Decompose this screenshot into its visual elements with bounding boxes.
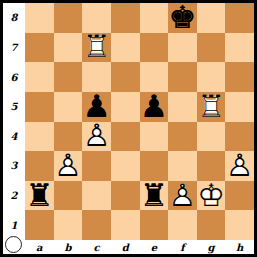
square-h3[interactable]: ♟♙ [225, 151, 254, 181]
square-b3[interactable]: ♟♙ [54, 151, 83, 181]
piece-outline: ♙ [226, 150, 254, 181]
square-a1[interactable] [25, 210, 54, 240]
piece-black-rook: ♜ [140, 181, 169, 211]
piece-outline: ♔ [197, 179, 225, 210]
square-b1[interactable] [54, 210, 83, 240]
file-label-a: a [25, 240, 54, 254]
file-label-e: e [140, 240, 169, 254]
piece-glyph: ♟ [140, 90, 168, 121]
square-e2[interactable]: ♜ [140, 181, 169, 211]
square-h1[interactable] [225, 210, 254, 240]
chess-board: ♚♜♖♟♟♜♖♟♙♟♙♟♙♜♜♟♙♚♔ [25, 3, 254, 240]
square-d6[interactable] [111, 62, 140, 92]
square-h7[interactable] [225, 33, 254, 63]
piece-black-pawn: ♟ [140, 92, 169, 122]
square-e5[interactable]: ♟ [140, 92, 169, 122]
square-a8[interactable] [25, 3, 54, 33]
square-f6[interactable] [168, 62, 197, 92]
piece-white-pawn: ♟♙ [168, 181, 197, 211]
square-h2[interactable] [225, 181, 254, 211]
rank-label-7: 7 [3, 33, 25, 63]
square-f4[interactable] [168, 122, 197, 152]
file-label-b: b [54, 240, 83, 254]
file-label-h: h [225, 240, 254, 254]
square-g8[interactable] [197, 3, 226, 33]
piece-outline: ♙ [169, 179, 197, 210]
piece-outline: ♙ [54, 150, 82, 181]
square-a7[interactable] [25, 33, 54, 63]
rank-labels: 87654321 [3, 3, 25, 240]
rank-label-3: 3 [3, 151, 25, 181]
piece-black-king: ♚ [168, 3, 197, 33]
square-g2[interactable]: ♚♔ [197, 181, 226, 211]
piece-outline: ♙ [83, 120, 111, 151]
square-f8[interactable]: ♚ [168, 3, 197, 33]
square-f1[interactable] [168, 210, 197, 240]
square-f5[interactable] [168, 92, 197, 122]
square-h6[interactable] [225, 62, 254, 92]
chess-board-frame: 87654321 ♚♜♖♟♟♜♖♟♙♟♙♟♙♜♜♟♙♚♔ abcdefgh [0, 0, 257, 257]
white-to-move-indicator-icon [5, 236, 22, 253]
square-g7[interactable] [197, 33, 226, 63]
square-d4[interactable] [111, 122, 140, 152]
file-label-f: f [168, 240, 197, 254]
square-d8[interactable] [111, 3, 140, 33]
board-layout: 87654321 ♚♜♖♟♟♜♖♟♙♟♙♟♙♜♜♟♙♚♔ abcdefgh [3, 3, 254, 254]
square-c7[interactable]: ♜♖ [82, 33, 111, 63]
piece-outline: ♖ [197, 90, 225, 121]
square-g1[interactable] [197, 210, 226, 240]
square-a5[interactable] [25, 92, 54, 122]
square-f7[interactable] [168, 33, 197, 63]
square-e7[interactable] [140, 33, 169, 63]
square-d2[interactable] [111, 181, 140, 211]
square-c2[interactable] [82, 181, 111, 211]
rank-label-4: 4 [3, 122, 25, 152]
square-c1[interactable] [82, 210, 111, 240]
piece-white-pawn: ♟♙ [54, 151, 83, 181]
file-label-c: c [82, 240, 111, 254]
square-g5[interactable]: ♜♖ [197, 92, 226, 122]
square-h8[interactable] [225, 3, 254, 33]
square-d1[interactable] [111, 210, 140, 240]
rank-label-6: 6 [3, 62, 25, 92]
square-a4[interactable] [25, 122, 54, 152]
piece-glyph: ♜ [140, 179, 168, 210]
square-d5[interactable] [111, 92, 140, 122]
square-b8[interactable] [54, 3, 83, 33]
piece-glyph: ♜ [25, 179, 53, 210]
rank-label-8: 8 [3, 3, 25, 33]
square-g4[interactable] [197, 122, 226, 152]
square-a2[interactable]: ♜ [25, 181, 54, 211]
piece-white-rook: ♜♖ [82, 33, 111, 63]
square-d3[interactable] [111, 151, 140, 181]
square-c3[interactable] [82, 151, 111, 181]
file-label-d: d [111, 240, 140, 254]
square-b5[interactable] [54, 92, 83, 122]
rank-label-2: 2 [3, 181, 25, 211]
rank-label-5: 5 [3, 92, 25, 122]
piece-white-pawn: ♟♙ [82, 122, 111, 152]
piece-white-king: ♚♔ [197, 181, 226, 211]
piece-outline: ♖ [83, 31, 111, 62]
file-labels: abcdefgh [25, 240, 254, 254]
square-e1[interactable] [140, 210, 169, 240]
piece-glyph: ♚ [169, 1, 197, 32]
square-a6[interactable] [25, 62, 54, 92]
piece-white-pawn: ♟♙ [225, 151, 254, 181]
piece-white-rook: ♜♖ [197, 92, 226, 122]
square-b2[interactable] [54, 181, 83, 211]
square-d7[interactable] [111, 33, 140, 63]
square-h5[interactable] [225, 92, 254, 122]
square-b7[interactable] [54, 33, 83, 63]
piece-black-rook: ♜ [25, 181, 54, 211]
file-label-g: g [197, 240, 226, 254]
square-e8[interactable] [140, 3, 169, 33]
square-c4[interactable]: ♟♙ [82, 122, 111, 152]
square-f2[interactable]: ♟♙ [168, 181, 197, 211]
square-e4[interactable] [140, 122, 169, 152]
square-b6[interactable] [54, 62, 83, 92]
